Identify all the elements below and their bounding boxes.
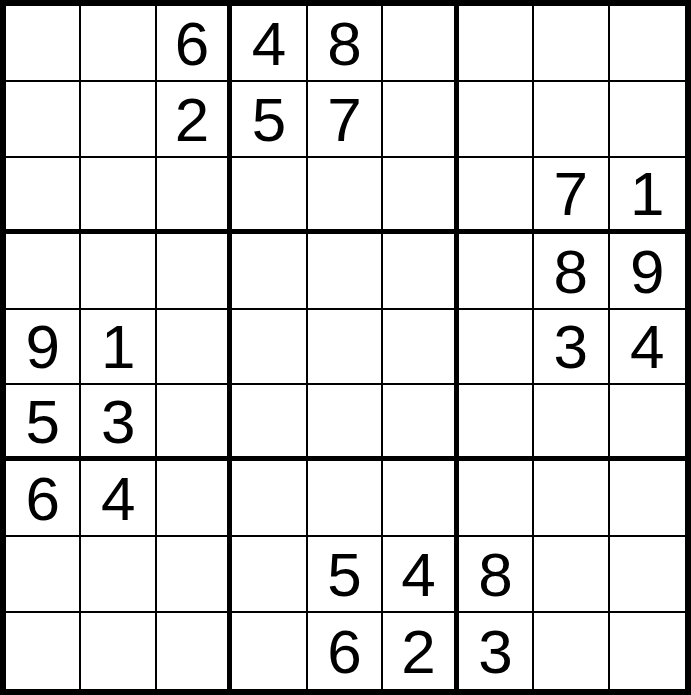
sudoku-cell-r4c9[interactable]: 9 xyxy=(610,234,685,310)
sudoku-cell-r4c3[interactable] xyxy=(157,234,232,310)
sudoku-cell-r5c1[interactable]: 9 xyxy=(6,310,81,386)
sudoku-cell-r3c1[interactable] xyxy=(6,158,81,234)
sudoku-cell-r4c2[interactable] xyxy=(81,234,156,310)
sudoku-cell-r3c8[interactable]: 7 xyxy=(534,158,609,234)
sudoku-cell-r4c8[interactable]: 8 xyxy=(534,234,609,310)
sudoku-cell-r9c8[interactable] xyxy=(534,613,609,689)
sudoku-cell-r5c6[interactable] xyxy=(383,310,458,386)
sudoku-cell-r5c3[interactable] xyxy=(157,310,232,386)
sudoku-cell-r1c7[interactable] xyxy=(459,6,534,82)
sudoku-cell-r4c6[interactable] xyxy=(383,234,458,310)
sudoku-cell-r4c5[interactable] xyxy=(308,234,383,310)
sudoku-board: 648257718991345364548623 xyxy=(0,0,691,695)
sudoku-cell-r3c4[interactable] xyxy=(232,158,307,234)
given-digit: 1 xyxy=(101,314,135,378)
sudoku-cell-r5c7[interactable] xyxy=(459,310,534,386)
sudoku-cell-r3c9[interactable]: 1 xyxy=(610,158,685,234)
sudoku-cell-r1c5[interactable]: 8 xyxy=(308,6,383,82)
given-digit: 3 xyxy=(101,389,135,453)
sudoku-cell-r9c9[interactable] xyxy=(610,613,685,689)
sudoku-cell-r8c5[interactable]: 5 xyxy=(308,537,383,613)
sudoku-cell-r7c2[interactable]: 4 xyxy=(81,461,156,537)
sudoku-cell-r3c7[interactable] xyxy=(459,158,534,234)
sudoku-cell-r8c3[interactable] xyxy=(157,537,232,613)
sudoku-cell-r1c8[interactable] xyxy=(534,6,609,82)
sudoku-cell-r8c4[interactable] xyxy=(232,537,307,613)
sudoku-cell-r8c6[interactable]: 4 xyxy=(383,537,458,613)
sudoku-cell-r2c6[interactable] xyxy=(383,82,458,158)
sudoku-cell-r4c7[interactable] xyxy=(459,234,534,310)
sudoku-cell-r9c5[interactable]: 6 xyxy=(308,613,383,689)
sudoku-cell-r8c9[interactable] xyxy=(610,537,685,613)
given-digit: 3 xyxy=(554,314,588,378)
sudoku-cell-r9c7[interactable]: 3 xyxy=(459,613,534,689)
given-digit: 8 xyxy=(327,11,361,75)
sudoku-cell-r2c1[interactable] xyxy=(6,82,81,158)
given-digit: 9 xyxy=(25,314,59,378)
sudoku-cell-r6c1[interactable]: 5 xyxy=(6,385,81,461)
given-digit: 5 xyxy=(25,389,59,453)
sudoku-cell-r7c8[interactable] xyxy=(534,461,609,537)
sudoku-cell-r6c8[interactable] xyxy=(534,385,609,461)
sudoku-cell-r6c2[interactable]: 3 xyxy=(81,385,156,461)
sudoku-cell-r1c2[interactable] xyxy=(81,6,156,82)
sudoku-cell-r1c9[interactable] xyxy=(610,6,685,82)
sudoku-cell-r9c2[interactable] xyxy=(81,613,156,689)
sudoku-cell-r9c3[interactable] xyxy=(157,613,232,689)
sudoku-cell-r3c2[interactable] xyxy=(81,158,156,234)
sudoku-cell-r1c3[interactable]: 6 xyxy=(157,6,232,82)
given-digit: 2 xyxy=(401,619,435,683)
sudoku-cell-r7c4[interactable] xyxy=(232,461,307,537)
given-digit: 4 xyxy=(252,11,286,75)
sudoku-cell-r2c3[interactable]: 2 xyxy=(157,82,232,158)
sudoku-cell-r4c1[interactable] xyxy=(6,234,81,310)
sudoku-cell-r7c6[interactable] xyxy=(383,461,458,537)
sudoku-cell-r6c5[interactable] xyxy=(308,385,383,461)
sudoku-cell-r3c6[interactable] xyxy=(383,158,458,234)
sudoku-cell-r8c8[interactable] xyxy=(534,537,609,613)
sudoku-cell-r6c4[interactable] xyxy=(232,385,307,461)
sudoku-cell-r5c8[interactable]: 3 xyxy=(534,310,609,386)
sudoku-cell-r5c4[interactable] xyxy=(232,310,307,386)
given-digit: 4 xyxy=(101,466,135,530)
given-digit: 3 xyxy=(478,619,512,683)
given-digit: 6 xyxy=(175,11,209,75)
given-digit: 4 xyxy=(630,314,664,378)
sudoku-cell-r8c2[interactable] xyxy=(81,537,156,613)
sudoku-cell-r6c3[interactable] xyxy=(157,385,232,461)
sudoku-cell-r9c6[interactable]: 2 xyxy=(383,613,458,689)
given-digit: 7 xyxy=(327,87,361,151)
sudoku-cell-r7c9[interactable] xyxy=(610,461,685,537)
given-digit: 7 xyxy=(554,161,588,225)
sudoku-cell-r2c7[interactable] xyxy=(459,82,534,158)
sudoku-cell-r7c5[interactable] xyxy=(308,461,383,537)
sudoku-cell-r5c2[interactable]: 1 xyxy=(81,310,156,386)
given-digit: 8 xyxy=(478,542,512,606)
sudoku-cell-r3c5[interactable] xyxy=(308,158,383,234)
given-digit: 5 xyxy=(252,87,286,151)
sudoku-cell-r5c9[interactable]: 4 xyxy=(610,310,685,386)
given-digit: 4 xyxy=(401,542,435,606)
sudoku-cell-r1c4[interactable]: 4 xyxy=(232,6,307,82)
sudoku-cell-r2c4[interactable]: 5 xyxy=(232,82,307,158)
sudoku-cell-r6c7[interactable] xyxy=(459,385,534,461)
sudoku-cell-r8c1[interactable] xyxy=(6,537,81,613)
sudoku-cell-r6c6[interactable] xyxy=(383,385,458,461)
sudoku-cell-r8c7[interactable]: 8 xyxy=(459,537,534,613)
sudoku-cell-r4c4[interactable] xyxy=(232,234,307,310)
given-digit: 6 xyxy=(25,466,59,530)
sudoku-cell-r7c7[interactable] xyxy=(459,461,534,537)
sudoku-cell-r6c9[interactable] xyxy=(610,385,685,461)
sudoku-cell-r2c5[interactable]: 7 xyxy=(308,82,383,158)
sudoku-cell-r1c6[interactable] xyxy=(383,6,458,82)
given-digit: 9 xyxy=(630,239,664,303)
sudoku-cell-r1c1[interactable] xyxy=(6,6,81,82)
sudoku-cell-r9c1[interactable] xyxy=(6,613,81,689)
given-digit: 2 xyxy=(175,87,209,151)
sudoku-cell-r7c3[interactable] xyxy=(157,461,232,537)
given-digit: 1 xyxy=(630,161,664,225)
sudoku-cell-r9c4[interactable] xyxy=(232,613,307,689)
given-digit: 6 xyxy=(327,619,361,683)
sudoku-cell-r3c3[interactable] xyxy=(157,158,232,234)
given-digit: 8 xyxy=(554,239,588,303)
sudoku-cell-r2c9[interactable] xyxy=(610,82,685,158)
sudoku-cell-r7c1[interactable]: 6 xyxy=(6,461,81,537)
sudoku-cell-r2c8[interactable] xyxy=(534,82,609,158)
sudoku-cell-r2c2[interactable] xyxy=(81,82,156,158)
sudoku-cell-r5c5[interactable] xyxy=(308,310,383,386)
given-digit: 5 xyxy=(327,542,361,606)
